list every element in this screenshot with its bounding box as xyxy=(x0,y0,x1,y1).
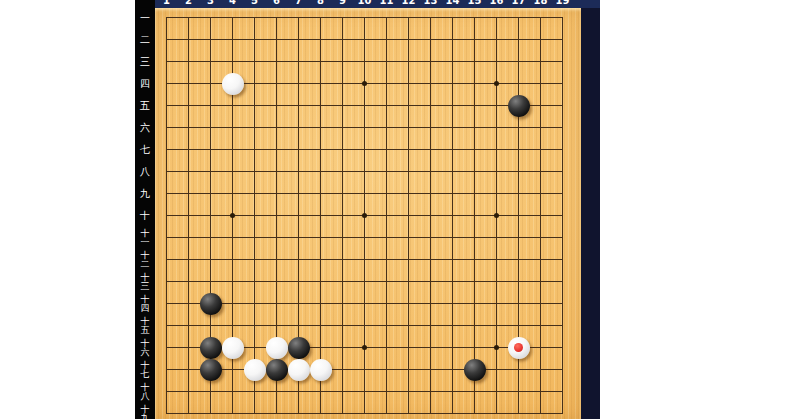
column-label: 2 xyxy=(178,0,200,7)
board-frame-right xyxy=(581,8,600,419)
white-stone[interactable] xyxy=(266,337,288,359)
star-point xyxy=(494,81,499,86)
column-label: 4 xyxy=(222,0,244,7)
row-label: 八 xyxy=(135,161,155,183)
column-label: 15 xyxy=(464,0,486,7)
column-label: 1 xyxy=(156,0,178,7)
row-label: 三 xyxy=(135,51,155,73)
column-label: 12 xyxy=(398,0,420,7)
row-label: 十 xyxy=(135,205,155,227)
black-stone[interactable] xyxy=(464,359,486,381)
star-point xyxy=(494,345,499,350)
column-label: 19 xyxy=(552,0,574,7)
star-point xyxy=(362,81,367,86)
column-label: 7 xyxy=(288,0,310,7)
row-label: 五 xyxy=(135,95,155,117)
black-stone[interactable] xyxy=(200,359,222,381)
column-label: 6 xyxy=(266,0,288,7)
black-stone[interactable] xyxy=(508,95,530,117)
row-label: 七 xyxy=(135,139,155,161)
white-stone[interactable] xyxy=(508,337,530,359)
white-stone[interactable] xyxy=(222,73,244,95)
last-move-marker xyxy=(514,343,523,352)
black-stone[interactable] xyxy=(200,293,222,315)
row-labels-bar: 一二三四五六七八九十十一十二十三十四十五十六十七十八十九 xyxy=(135,0,155,419)
white-stone[interactable] xyxy=(288,359,310,381)
white-stone[interactable] xyxy=(222,337,244,359)
row-label: 十六 xyxy=(135,337,155,359)
column-label: 5 xyxy=(244,0,266,7)
row-label: 十一 xyxy=(135,227,155,249)
board-grid xyxy=(156,8,574,419)
row-label: 十五 xyxy=(135,315,155,337)
white-stone[interactable] xyxy=(310,359,332,381)
star-point xyxy=(494,213,499,218)
go-board[interactable] xyxy=(155,8,581,419)
row-label: 九 xyxy=(135,183,155,205)
white-stone[interactable] xyxy=(244,359,266,381)
go-app-screenshot: 12345678910111213141516171819 一二三四五六七八九十… xyxy=(0,0,800,419)
column-label: 16 xyxy=(486,0,508,7)
column-label: 17 xyxy=(508,0,530,7)
row-label: 十三 xyxy=(135,271,155,293)
column-label: 10 xyxy=(354,0,376,7)
star-point xyxy=(362,345,367,350)
row-label: 六 xyxy=(135,117,155,139)
row-label: 四 xyxy=(135,73,155,95)
black-stone[interactable] xyxy=(266,359,288,381)
column-label: 9 xyxy=(332,0,354,7)
column-label: 13 xyxy=(420,0,442,7)
column-label: 3 xyxy=(200,0,222,7)
column-label: 8 xyxy=(310,0,332,7)
black-stone[interactable] xyxy=(288,337,310,359)
row-label: 十八 xyxy=(135,381,155,403)
star-point xyxy=(362,213,367,218)
black-stone[interactable] xyxy=(200,337,222,359)
column-label: 18 xyxy=(530,0,552,7)
row-label: 一 xyxy=(135,7,155,29)
column-labels-bar: 12345678910111213141516171819 xyxy=(155,0,600,8)
row-label: 二 xyxy=(135,29,155,51)
star-point xyxy=(230,213,235,218)
column-label: 11 xyxy=(376,0,398,7)
column-label: 14 xyxy=(442,0,464,7)
row-label: 十四 xyxy=(135,293,155,315)
row-label: 十七 xyxy=(135,359,155,381)
row-label: 十九 xyxy=(135,403,155,419)
row-label: 十二 xyxy=(135,249,155,271)
